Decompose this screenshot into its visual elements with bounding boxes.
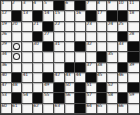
clue-number: 60 — [2, 104, 7, 109]
cell-r6c10[interactable] — [107, 63, 118, 73]
cell-r10c4[interactable] — [43, 104, 54, 114]
cell-r7c2[interactable]: 41 — [22, 73, 33, 83]
cell-r10c5[interactable]: 63 — [54, 104, 65, 114]
cell-r0c10[interactable]: 9 — [107, 1, 118, 11]
cell-r1c7[interactable]: 16 — [75, 11, 86, 21]
cell-r1c2[interactable]: 13 — [22, 11, 33, 21]
cell-r10c11[interactable]: 66 — [118, 104, 129, 114]
cell-r5c1[interactable] — [12, 52, 23, 62]
clue-number: 25 — [118, 22, 123, 27]
clue-number: 51 — [86, 83, 91, 88]
cell-r1c0[interactable]: 12 — [1, 11, 12, 21]
black-cell-r1c3 — [33, 11, 44, 21]
cell-r4c1[interactable] — [12, 42, 23, 52]
clue-number: 45 — [97, 73, 102, 78]
clue-number: 47 — [2, 83, 7, 88]
clue-number: 10 — [118, 1, 123, 6]
cell-r6c8[interactable]: 37 — [86, 63, 97, 73]
black-cell-r8c9 — [97, 83, 108, 93]
cell-r9c10[interactable]: 58 — [107, 93, 118, 103]
clue-number: 29 — [2, 42, 7, 47]
cell-r1c5[interactable]: 15 — [54, 11, 65, 21]
crossword-grid: 1234567891011121314151617181920212223242… — [0, 0, 140, 115]
cell-r7c3[interactable] — [33, 73, 44, 83]
black-cell-r4c12 — [128, 42, 139, 52]
cell-r4c6[interactable] — [65, 42, 76, 52]
clue-number: 27 — [44, 32, 49, 37]
cell-r0c8[interactable]: 7 — [86, 1, 97, 11]
cell-r2c2[interactable] — [22, 22, 33, 32]
clue-number: 64 — [86, 104, 91, 109]
clue-number: 40 — [2, 73, 7, 78]
cell-r8c3[interactable] — [33, 83, 44, 93]
cell-r10c9[interactable]: 65 — [97, 104, 108, 114]
cell-r1c4[interactable]: 14 — [43, 11, 54, 21]
cell-r9c4[interactable]: 55 — [43, 93, 54, 103]
circle-marker — [13, 43, 20, 50]
cell-r5c11[interactable] — [118, 52, 129, 62]
clue-number: 28 — [129, 32, 134, 37]
clue-number: 49 — [44, 83, 49, 88]
clue-number: 44 — [76, 73, 81, 78]
clue-number: 20 — [12, 22, 17, 27]
clue-number: 55 — [44, 93, 49, 98]
cell-r2c8[interactable]: 23 — [86, 22, 97, 32]
cell-r2c10[interactable]: 24 — [107, 22, 118, 32]
cell-r2c7[interactable] — [75, 22, 86, 32]
clue-number: 50 — [65, 83, 70, 88]
cell-r7c7[interactable]: 44 — [75, 73, 86, 83]
cell-r1c12[interactable]: 18 — [128, 11, 139, 21]
clue-number: 43 — [65, 73, 70, 78]
cell-r3c6[interactable] — [65, 32, 76, 42]
black-cell-r10c7 — [75, 104, 86, 114]
black-cell-r1c10 — [107, 11, 118, 21]
cell-r9c2[interactable]: 54 — [22, 93, 33, 103]
cell-r5c5[interactable] — [54, 52, 65, 62]
cell-r3c7[interactable] — [75, 32, 86, 42]
clue-number: 1 — [2, 1, 5, 6]
clue-number: 9 — [108, 1, 111, 6]
cell-r4c9[interactable] — [97, 42, 108, 52]
cell-r8c1[interactable]: 48 — [12, 83, 23, 93]
cell-r0c1[interactable]: 2 — [12, 1, 23, 11]
clue-number: 11 — [129, 1, 134, 6]
cell-r2c6[interactable] — [65, 22, 76, 32]
cell-r4c2[interactable] — [22, 42, 33, 52]
clue-number: 59 — [129, 93, 134, 98]
clue-number: 66 — [118, 104, 123, 109]
cell-r0c6[interactable]: 6 — [65, 1, 76, 11]
cell-r7c9[interactable]: 45 — [97, 73, 108, 83]
clue-number: 5 — [44, 1, 47, 6]
black-cell-r1c11 — [118, 11, 129, 21]
cell-r3c1[interactable] — [12, 32, 23, 42]
cell-r1c6[interactable] — [65, 11, 76, 21]
cell-r7c11[interactable]: 46 — [118, 73, 129, 83]
cell-r6c1[interactable] — [12, 63, 23, 73]
cell-r3c12[interactable]: 28 — [128, 32, 139, 42]
cell-r7c5[interactable]: 42 — [54, 73, 65, 83]
cell-r4c3[interactable]: 30 — [33, 42, 44, 52]
clue-number: 35 — [108, 52, 113, 57]
clue-number: 4 — [33, 1, 36, 6]
cell-r2c1[interactable]: 20 — [12, 22, 23, 32]
black-cell-r4c4 — [43, 42, 54, 52]
cell-r7c12[interactable] — [128, 73, 139, 83]
cell-r10c3[interactable]: 62 — [33, 104, 44, 114]
clue-number: 38 — [97, 63, 102, 68]
cell-r2c9[interactable] — [97, 22, 108, 32]
cell-r5c10[interactable]: 35 — [107, 52, 118, 62]
clue-number: 37 — [86, 63, 91, 68]
clue-number: 33 — [118, 42, 123, 47]
clue-number: 54 — [23, 93, 28, 98]
clue-number: 3 — [23, 1, 26, 6]
clue-number: 46 — [118, 73, 123, 78]
clue-number: 63 — [55, 104, 60, 109]
clue-number: 58 — [108, 93, 113, 98]
clue-number: 56 — [65, 93, 70, 98]
clue-number: 48 — [12, 83, 17, 88]
clue-number: 2 — [12, 1, 15, 6]
clue-number: 30 — [33, 42, 38, 47]
cell-r5c2[interactable] — [22, 52, 33, 62]
clue-number: 21 — [33, 22, 38, 27]
clue-number: 12 — [2, 11, 7, 16]
cell-r0c3[interactable]: 4 — [33, 1, 44, 11]
cell-r10c2[interactable] — [22, 104, 33, 114]
cell-r4c8[interactable]: 32 — [86, 42, 97, 52]
black-cell-r9c7 — [75, 93, 86, 103]
clue-number: 7 — [86, 1, 89, 6]
clue-number: 53 — [2, 93, 7, 98]
cell-r4c5[interactable]: 31 — [54, 42, 65, 52]
clue-number: 24 — [108, 22, 113, 27]
black-cell-r8c5 — [54, 83, 65, 93]
cell-r6c3[interactable] — [33, 63, 44, 73]
clue-number: 14 — [44, 11, 49, 16]
clue-number: 26 — [2, 32, 7, 37]
cell-r5c4[interactable] — [43, 52, 54, 62]
clue-number: 32 — [86, 42, 91, 47]
clue-number: 23 — [86, 22, 91, 27]
cell-r10c12[interactable] — [128, 104, 139, 114]
clue-number: 65 — [97, 104, 102, 109]
clue-number: 39 — [129, 63, 134, 68]
cell-r1c9[interactable]: 17 — [97, 11, 108, 21]
clue-number: 19 — [2, 22, 7, 27]
clue-number: 34 — [2, 52, 7, 57]
cell-r2c3[interactable]: 21 — [33, 22, 44, 32]
black-cell-r1c1 — [12, 11, 23, 21]
black-cell-r8c7 — [75, 83, 86, 93]
cell-r3c2[interactable] — [22, 32, 33, 42]
cell-r3c9[interactable] — [97, 32, 108, 42]
black-cell-r1c8 — [86, 11, 97, 21]
cell-r10c10[interactable] — [107, 104, 118, 114]
cell-r5c3[interactable] — [33, 52, 44, 62]
cell-r0c11[interactable]: 10 — [118, 1, 129, 11]
cell-r4c11[interactable]: 33 — [118, 42, 129, 52]
clue-number: 15 — [55, 11, 60, 16]
clue-number: 62 — [33, 104, 38, 109]
clue-number: 36 — [2, 63, 7, 68]
black-cell-r4c7 — [75, 42, 86, 52]
clue-number: 61 — [12, 104, 17, 109]
cell-r2c11[interactable]: 25 — [118, 22, 129, 32]
cell-r9c6[interactable]: 56 — [65, 93, 76, 103]
cell-r10c6[interactable] — [65, 104, 76, 114]
cell-r5c6[interactable] — [65, 52, 76, 62]
cell-r6c12[interactable]: 39 — [128, 63, 139, 73]
cell-r8c11[interactable] — [118, 83, 129, 93]
cell-r3c4[interactable]: 27 — [43, 32, 54, 42]
clue-number: 52 — [108, 83, 113, 88]
clue-number: 57 — [86, 93, 91, 98]
clue-number: 42 — [55, 73, 60, 78]
clue-number: 18 — [129, 11, 134, 16]
cell-r2c5[interactable]: 22 — [54, 22, 65, 32]
clue-number: 8 — [97, 1, 100, 6]
cell-r10c0[interactable]: 60 — [1, 104, 12, 114]
cell-r3c10[interactable] — [107, 32, 118, 42]
circle-marker — [13, 53, 20, 60]
clue-number: 13 — [23, 11, 28, 16]
cell-r9c12[interactable]: 59 — [128, 93, 139, 103]
cell-r6c4[interactable] — [43, 63, 54, 73]
cell-r10c1[interactable]: 61 — [12, 104, 23, 114]
clue-number: 41 — [23, 73, 28, 78]
cell-r5c7[interactable] — [75, 52, 86, 62]
clue-number: 17 — [97, 11, 102, 16]
clue-number: 22 — [55, 22, 60, 27]
clue-number: 16 — [76, 11, 81, 16]
clue-number: 6 — [65, 1, 68, 6]
cell-r10c8[interactable]: 64 — [86, 104, 97, 114]
clue-number: 31 — [55, 42, 60, 47]
